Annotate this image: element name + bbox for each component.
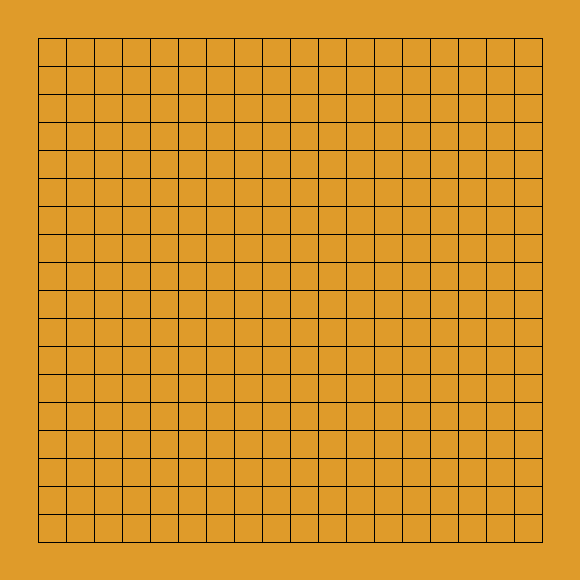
board-grid[interactable] (38, 38, 543, 543)
go-board (0, 0, 580, 580)
